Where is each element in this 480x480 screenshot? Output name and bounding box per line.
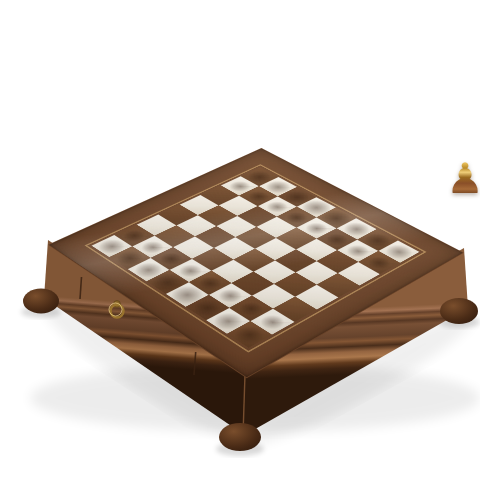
gold-pawn-offboard-glyph: ♟ xyxy=(446,158,480,200)
chess-set-photo: ♟ ♜♞♝♚♛♝♞♜♟♟♟♟♟♟♟♟♟♟♟♟♟♟♟♟♜♞♝♛♚♝♞♜ xyxy=(0,0,480,480)
bun-foot-near xyxy=(219,423,261,451)
bun-foot-left xyxy=(23,289,59,314)
bun-foot-right xyxy=(440,298,478,324)
silver-rook-glyph: ♜ xyxy=(222,277,277,338)
gold-pawn-glyph: ♟ xyxy=(355,214,402,267)
